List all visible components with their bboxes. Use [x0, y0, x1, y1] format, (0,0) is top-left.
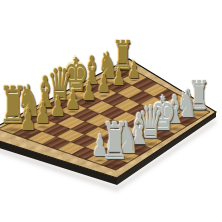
piece-black-gold-p-h7: ♟: [128, 58, 141, 82]
piece-base-shadow: [103, 163, 127, 169]
piece-base-shadow: [119, 144, 132, 148]
piece-base-shadow: [144, 130, 156, 133]
piece-base-shadow: [21, 133, 35, 137]
piece-white-silver-p-f2: ♟: [156, 99, 170, 124]
piece-base-shadow: [140, 141, 161, 147]
piece-base-shadow: [113, 87, 124, 90]
piece-black-gold-p-e7: ♟: [81, 78, 95, 104]
piece-base-shadow: [189, 112, 208, 117]
pieces-layer: ♜♞♝♛♚♝♞♜♟♟♟♟♟♟♟♟♟♟♟♟♟♟♟♟♜♞♝♛♚♝♞♜: [0, 0, 222, 222]
piece-black-gold-p-f7: ♟: [97, 72, 111, 97]
piece-base-shadow: [114, 72, 133, 77]
piece-white-silver-b-f1: ♝: [164, 91, 185, 130]
piece-black-gold-p-b7: ♟: [35, 99, 51, 128]
piece-black-gold-r-h8: ♜: [112, 36, 134, 76]
piece-base-shadow: [170, 115, 181, 118]
piece-base-shadow: [152, 134, 174, 140]
piece-base-shadow: [99, 80, 116, 85]
piece-base-shadow: [131, 137, 144, 140]
piece-white-silver-b-c1: ♝: [127, 109, 151, 152]
piece-base-shadow: [19, 119, 40, 124]
piece-base-shadow: [178, 120, 195, 125]
piece-base-shadow: [157, 122, 169, 125]
piece-base-shadow: [51, 118, 64, 122]
piece-base-shadow: [166, 127, 184, 132]
piece-black-gold-k-e8: ♚: [63, 53, 88, 100]
chess-set-photo: ♜♞♝♛♚♝♞♜♟♟♟♟♟♟♟♟♟♟♟♟♟♟♟♟♜♞♝♛♚♝♞♜: [0, 0, 222, 222]
piece-base-shadow: [98, 94, 110, 97]
piece-white-silver-r-a1: ♜: [101, 115, 129, 166]
piece-white-silver-p-d2: ♟: [130, 112, 145, 139]
piece-base-shadow: [67, 110, 80, 113]
piece-black-gold-r-a8: ♜: [0, 79, 27, 130]
piece-base-shadow: [128, 148, 148, 153]
piece-black-gold-n-b8: ♞: [17, 79, 41, 123]
piece-base-shadow: [35, 111, 55, 116]
piece-base-shadow: [106, 151, 120, 155]
piece-white-silver-p-a2: ♟: [92, 131, 109, 161]
piece-white-silver-k-e1: ♚: [150, 91, 175, 138]
piece-base-shadow: [65, 95, 87, 101]
piece-white-silver-n-g1: ♞: [177, 86, 197, 123]
piece-black-gold-p-d7: ♟: [66, 85, 81, 112]
piece-base-shadow: [36, 125, 50, 129]
piece-base-shadow: [1, 126, 25, 132]
piece-base-shadow: [129, 79, 140, 82]
piece-black-gold-p-c7: ♟: [50, 92, 65, 120]
piece-white-silver-q-d1: ♛: [138, 99, 163, 145]
piece-base-shadow: [83, 88, 101, 93]
piece-white-silver-p-h2: ♟: [182, 87, 195, 111]
piece-base-shadow: [93, 159, 107, 163]
piece-white-silver-p-b2: ♟: [105, 125, 121, 154]
piece-base-shadow: [116, 156, 137, 161]
piece-white-silver-p-g2: ♟: [169, 93, 182, 117]
piece-white-silver-p-c2: ♟: [118, 119, 133, 147]
piece-base-shadow: [50, 103, 71, 109]
piece-white-silver-n-b1: ♞: [115, 116, 139, 160]
piece-base-shadow: [182, 108, 193, 111]
piece-white-silver-p-e2: ♟: [143, 106, 157, 132]
piece-black-gold-p-g7: ♟: [112, 65, 125, 89]
piece-black-gold-n-g8: ♞: [98, 47, 118, 84]
piece-black-gold-p-a7: ♟: [19, 106, 36, 136]
piece-white-silver-r-h1: ♜: [188, 76, 210, 116]
piece-base-shadow: [82, 102, 94, 105]
piece-black-gold-b-f8: ♝: [81, 52, 102, 91]
piece-black-gold-q-d8: ♛: [48, 62, 73, 108]
piece-black-gold-b-c8: ♝: [33, 72, 57, 115]
